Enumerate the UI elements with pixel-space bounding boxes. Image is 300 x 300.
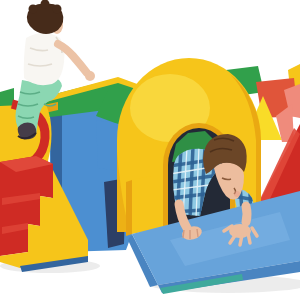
toddler-hand bbox=[85, 71, 95, 81]
hair-curl-1 bbox=[29, 5, 38, 14]
hair-curl-3 bbox=[53, 5, 62, 14]
boy-cheek-blush bbox=[234, 191, 240, 197]
boy-right-forearm bbox=[246, 206, 247, 222]
scene-canvas bbox=[0, 0, 300, 300]
soft-play-product-photo bbox=[0, 0, 300, 300]
yellow-block-edge bbox=[126, 180, 132, 236]
yellow-foam-block bbox=[130, 176, 152, 234]
